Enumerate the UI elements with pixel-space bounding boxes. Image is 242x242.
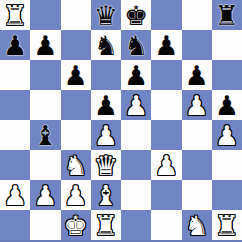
black-pawn-icon: ♟ [3,32,27,59]
square-h5[interactable]: ♟ [212,90,242,120]
square-b2[interactable]: ♟ [30,180,60,210]
square-g3[interactable] [182,150,212,180]
square-g2[interactable] [182,180,212,210]
square-d4[interactable]: ♟ [91,120,121,150]
square-h6[interactable] [212,60,242,90]
square-f2[interactable] [151,180,181,210]
white-bishop-icon: ♝ [94,182,118,209]
square-h4[interactable]: ♟ [212,120,242,150]
square-h1[interactable]: ♜ [212,210,242,240]
chess-board: ♜♛♚♜♟♟♞♞♟♟♟♟♟♟♟♟♝♟♟♞♛♟♟♟♟♝♚♜♞♜ [0,0,242,242]
black-bishop-icon: ♝ [33,122,57,149]
square-f7[interactable]: ♟ [151,30,181,60]
square-c7[interactable] [61,30,91,60]
square-d3[interactable]: ♛ [91,150,121,180]
white-knight-icon: ♞ [64,152,88,179]
square-b1[interactable] [30,210,60,240]
white-pawn-icon: ♟ [3,182,27,209]
square-c8[interactable] [61,0,91,30]
black-knight-icon: ♞ [94,32,118,59]
square-b7[interactable]: ♟ [30,30,60,60]
square-b3[interactable] [30,150,60,180]
white-pawn-icon: ♟ [64,182,88,209]
square-a8[interactable]: ♜ [0,0,30,30]
white-pawn-icon: ♟ [185,92,209,119]
square-d2[interactable]: ♝ [91,180,121,210]
square-b8[interactable] [30,0,60,30]
white-rook-icon: ♜ [3,2,27,29]
square-a7[interactable]: ♟ [0,30,30,60]
square-h3[interactable] [212,150,242,180]
square-c2[interactable]: ♟ [61,180,91,210]
white-pawn-icon: ♟ [215,122,239,149]
black-pawn-icon: ♟ [185,62,209,89]
square-a4[interactable] [0,120,30,150]
square-e6[interactable]: ♟ [121,60,151,90]
square-d7[interactable]: ♞ [91,30,121,60]
square-d8[interactable]: ♛ [91,0,121,30]
square-g1[interactable]: ♞ [182,210,212,240]
square-h8[interactable]: ♜ [212,0,242,30]
square-f8[interactable] [151,0,181,30]
square-g5[interactable]: ♟ [182,90,212,120]
black-pawn-icon: ♟ [154,32,178,59]
square-d6[interactable] [91,60,121,90]
square-a5[interactable] [0,90,30,120]
chess-board-diagram: ♜♛♚♜♟♟♞♞♟♟♟♟♟♟♟♟♝♟♟♞♛♟♟♟♟♝♚♜♞♜ [0,0,242,242]
black-pawn-icon: ♟ [94,92,118,119]
square-c6[interactable]: ♟ [61,60,91,90]
white-pawn-icon: ♟ [124,92,148,119]
square-g8[interactable] [182,0,212,30]
square-c1[interactable]: ♚ [61,210,91,240]
square-e5[interactable]: ♟ [121,90,151,120]
square-f3[interactable]: ♟ [151,150,181,180]
square-e3[interactable] [121,150,151,180]
white-king-icon: ♚ [64,212,88,239]
square-b5[interactable] [30,90,60,120]
square-c5[interactable] [61,90,91,120]
white-knight-icon: ♞ [185,212,209,239]
square-e2[interactable] [121,180,151,210]
square-f5[interactable] [151,90,181,120]
white-pawn-icon: ♟ [33,182,57,209]
square-c3[interactable]: ♞ [61,150,91,180]
black-pawn-icon: ♟ [215,92,239,119]
black-pawn-icon: ♟ [124,62,148,89]
square-b4[interactable]: ♝ [30,120,60,150]
white-queen-icon: ♛ [94,152,118,179]
square-e1[interactable] [121,210,151,240]
black-pawn-icon: ♟ [64,62,88,89]
square-e7[interactable]: ♞ [121,30,151,60]
black-king-icon: ♚ [124,2,148,29]
square-a2[interactable]: ♟ [0,180,30,210]
white-rook-icon: ♜ [94,212,118,239]
white-pawn-icon: ♟ [154,152,178,179]
black-queen-icon: ♛ [94,2,118,29]
square-a3[interactable] [0,150,30,180]
black-rook-icon: ♜ [215,2,239,29]
square-g7[interactable] [182,30,212,60]
white-pawn-icon: ♟ [94,122,118,149]
black-knight-icon: ♞ [124,32,148,59]
square-e8[interactable]: ♚ [121,0,151,30]
square-g6[interactable]: ♟ [182,60,212,90]
black-pawn-icon: ♟ [33,32,57,59]
square-h7[interactable] [212,30,242,60]
white-rook-icon: ♜ [215,212,239,239]
square-a6[interactable] [0,60,30,90]
square-h2[interactable] [212,180,242,210]
square-e4[interactable] [121,120,151,150]
square-b6[interactable] [30,60,60,90]
square-d5[interactable]: ♟ [91,90,121,120]
square-g4[interactable] [182,120,212,150]
square-f6[interactable] [151,60,181,90]
square-c4[interactable] [61,120,91,150]
square-f4[interactable] [151,120,181,150]
square-d1[interactable]: ♜ [91,210,121,240]
square-a1[interactable] [0,210,30,240]
square-f1[interactable] [151,210,181,240]
